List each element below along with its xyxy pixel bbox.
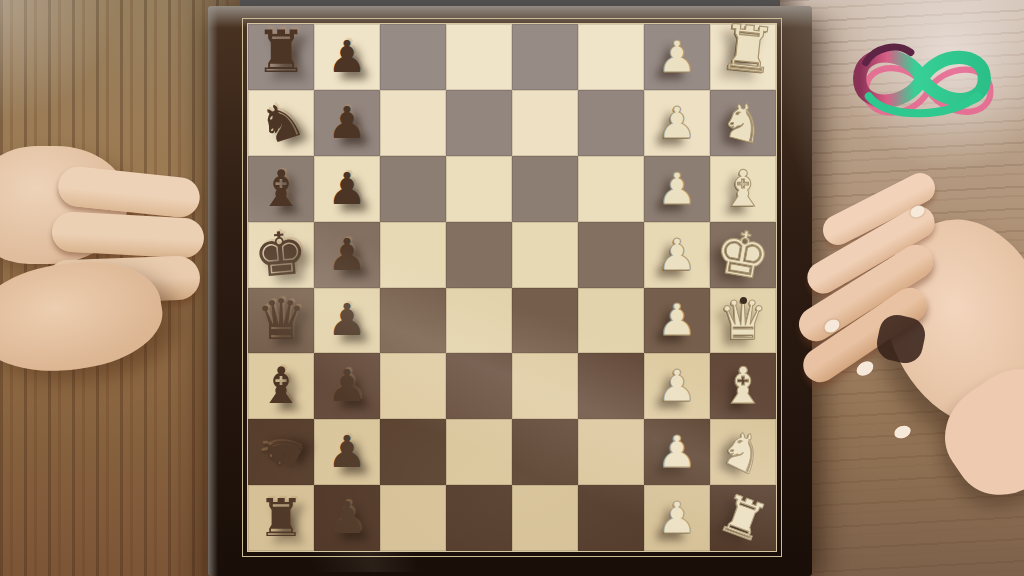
square-r4c3[interactable] [380, 222, 446, 288]
black-pawn[interactable]: ♟ [327, 233, 366, 277]
board-grid: ♜♟♟♜♞♟♟♞♝♟♟♝♚♟♟♚♛♟♟♛♝♟♟♝♞♟♟♞♜♟♟♜ [248, 24, 776, 551]
square-r5c7[interactable]: ♟ [644, 288, 710, 354]
black-pawn[interactable]: ♟ [327, 364, 366, 408]
chess-board: ♜♟♟♜♞♟♟♞♝♟♟♝♚♟♟♚♛♟♟♛♝♟♟♝♞♟♟♞♜♟♟♜ [208, 6, 812, 576]
square-r1c7[interactable]: ♟ [644, 24, 710, 90]
black-rook[interactable]: ♜ [255, 22, 307, 80]
black-bishop[interactable]: ♝ [259, 164, 304, 214]
black-knight[interactable]: ♞ [252, 92, 310, 153]
black-rook[interactable]: ♜ [258, 492, 305, 544]
black-pawn[interactable]: ♟ [327, 298, 366, 342]
square-r1c1[interactable]: ♜ [248, 24, 314, 90]
black-knight[interactable]: ♞ [248, 421, 313, 484]
white-rook[interactable]: ♜ [712, 486, 774, 551]
left-hand-finger [51, 211, 205, 259]
square-r4c6[interactable] [578, 222, 644, 288]
square-r2c1[interactable]: ♞ [248, 90, 314, 156]
black-king[interactable]: ♚ [252, 222, 311, 286]
square-r2c2[interactable]: ♟ [314, 90, 380, 156]
fingernail [892, 423, 912, 440]
square-r5c5[interactable] [512, 288, 578, 354]
black-pawn[interactable]: ♟ [327, 101, 366, 145]
white-knight[interactable]: ♞ [712, 420, 774, 485]
white-pawn[interactable]: ♟ [657, 167, 696, 211]
square-r5c8[interactable]: ♛ [710, 288, 776, 354]
square-r7c4[interactable] [446, 419, 512, 485]
square-r1c2[interactable]: ♟ [314, 24, 380, 90]
square-r7c5[interactable] [512, 419, 578, 485]
square-r7c8[interactable]: ♞ [710, 419, 776, 485]
white-pawn[interactable]: ♟ [657, 364, 696, 408]
square-r8c6[interactable] [578, 485, 644, 551]
square-r8c1[interactable]: ♜ [248, 485, 314, 551]
square-r3c5[interactable] [512, 156, 578, 222]
square-r8c5[interactable] [512, 485, 578, 551]
square-r5c3[interactable] [380, 288, 446, 354]
chess-table-scene: ♜♟♟♜♞♟♟♞♝♟♟♝♚♟♟♚♛♟♟♛♝♟♟♝♞♟♟♞♜♟♟♜ [0, 0, 1024, 576]
square-r2c6[interactable] [578, 90, 644, 156]
square-r8c8[interactable]: ♜ [710, 485, 776, 551]
fingernail [854, 358, 876, 379]
square-r2c4[interactable] [446, 90, 512, 156]
square-r3c7[interactable]: ♟ [644, 156, 710, 222]
square-r6c2[interactable]: ♟ [314, 353, 380, 419]
square-r8c3[interactable] [380, 485, 446, 551]
square-r4c4[interactable] [446, 222, 512, 288]
square-r6c7[interactable]: ♟ [644, 353, 710, 419]
board-playing-area: ♜♟♟♜♞♟♟♞♝♟♟♝♚♟♟♚♛♟♟♛♝♟♟♝♞♟♟♞♜♟♟♜ [247, 23, 777, 552]
square-r6c4[interactable] [446, 353, 512, 419]
white-bishop[interactable]: ♝ [721, 164, 766, 214]
white-pawn[interactable]: ♟ [657, 233, 696, 277]
square-r3c6[interactable] [578, 156, 644, 222]
square-r5c2[interactable]: ♟ [314, 288, 380, 354]
square-r1c4[interactable] [446, 24, 512, 90]
square-r3c8[interactable]: ♝ [710, 156, 776, 222]
square-r8c4[interactable] [446, 485, 512, 551]
black-pawn[interactable]: ♟ [327, 35, 366, 79]
square-r7c2[interactable]: ♟ [314, 419, 380, 485]
square-r1c8[interactable]: ♜ [710, 24, 776, 90]
square-r6c5[interactable] [512, 353, 578, 419]
square-r5c6[interactable] [578, 288, 644, 354]
white-king[interactable]: ♚ [710, 219, 775, 289]
square-r6c3[interactable] [380, 353, 446, 419]
square-r3c3[interactable] [380, 156, 446, 222]
square-r2c7[interactable]: ♟ [644, 90, 710, 156]
infinity-logo [830, 22, 1014, 136]
infinity-main-ribbon [860, 56, 985, 101]
white-knight[interactable]: ♞ [715, 93, 771, 153]
square-r7c3[interactable] [380, 419, 446, 485]
square-r6c6[interactable] [578, 353, 644, 419]
square-r1c3[interactable] [380, 24, 446, 90]
square-r2c3[interactable] [380, 90, 446, 156]
square-r5c4[interactable] [446, 288, 512, 354]
square-r1c5[interactable] [512, 24, 578, 90]
white-pawn[interactable]: ♟ [657, 35, 696, 79]
white-pawn[interactable]: ♟ [657, 430, 696, 474]
left-player-hands [0, 146, 214, 370]
square-r2c8[interactable]: ♞ [710, 90, 776, 156]
square-r3c1[interactable]: ♝ [248, 156, 314, 222]
square-r8c2[interactable]: ♟ [314, 485, 380, 551]
square-r3c4[interactable] [446, 156, 512, 222]
white-pawn[interactable]: ♟ [657, 496, 696, 540]
black-pawn[interactable]: ♟ [327, 496, 366, 540]
square-r7c1[interactable]: ♞ [248, 419, 314, 485]
white-pawn[interactable]: ♟ [657, 298, 696, 342]
white-rook[interactable]: ♜ [716, 15, 778, 83]
square-r7c7[interactable]: ♟ [644, 419, 710, 485]
square-r7c6[interactable] [578, 419, 644, 485]
square-r1c6[interactable] [578, 24, 644, 90]
square-r4c5[interactable] [512, 222, 578, 288]
square-r6c1[interactable]: ♝ [248, 353, 314, 419]
square-r4c1[interactable]: ♚ [248, 222, 314, 288]
square-r4c8[interactable]: ♚ [710, 222, 776, 288]
right-player-hands [798, 190, 1024, 466]
black-pawn[interactable]: ♟ [327, 167, 366, 211]
square-r5c1[interactable]: ♛ [248, 288, 314, 354]
black-bishop[interactable]: ♝ [259, 361, 304, 411]
square-r6c8[interactable]: ♝ [710, 353, 776, 419]
square-r2c5[interactable] [512, 90, 578, 156]
square-r4c2[interactable]: ♟ [314, 222, 380, 288]
white-bishop[interactable]: ♝ [721, 361, 766, 411]
square-r3c2[interactable]: ♟ [314, 156, 380, 222]
square-r4c7[interactable]: ♟ [644, 222, 710, 288]
square-r8c7[interactable]: ♟ [644, 485, 710, 551]
black-pawn[interactable]: ♟ [327, 430, 366, 474]
white-pawn[interactable]: ♟ [657, 101, 696, 145]
black-queen[interactable]: ♛ [256, 292, 306, 348]
white-queen[interactable]: ♛ [718, 292, 768, 348]
